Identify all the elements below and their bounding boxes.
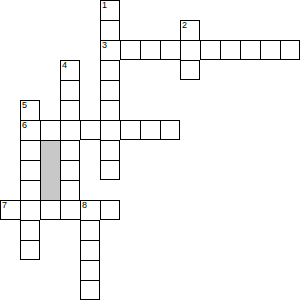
crossword-cell[interactable]	[100, 80, 120, 100]
crossword-cell[interactable]	[20, 180, 40, 200]
crossword-cell[interactable]	[100, 160, 120, 180]
crossword-cell[interactable]	[60, 100, 80, 120]
shaded-cell[interactable]	[40, 180, 60, 200]
crossword-cell[interactable]: 4	[60, 60, 80, 80]
clue-number: 7	[2, 201, 7, 210]
crossword-cell[interactable]	[80, 120, 100, 140]
crossword-cell[interactable]	[180, 60, 200, 80]
crossword-cell[interactable]	[120, 120, 140, 140]
crossword-cell[interactable]	[60, 160, 80, 180]
crossword-cell[interactable]	[20, 240, 40, 260]
crossword-cell[interactable]	[20, 140, 40, 160]
crossword-cell[interactable]	[100, 120, 120, 140]
clue-number: 5	[22, 101, 27, 110]
crossword-cell[interactable]	[20, 160, 40, 180]
crossword-cell[interactable]: 7	[0, 200, 20, 220]
crossword-cell[interactable]	[100, 140, 120, 160]
crossword-cell[interactable]	[40, 200, 60, 220]
crossword-cell[interactable]	[280, 40, 300, 60]
crossword-cell[interactable]	[60, 140, 80, 160]
crossword-cell[interactable]	[160, 120, 180, 140]
crossword-cell[interactable]	[80, 240, 100, 260]
puzzle-canvas: 12345678	[0, 0, 301, 301]
crossword-cell[interactable]	[80, 260, 100, 280]
clue-number: 4	[62, 61, 67, 70]
crossword-cell[interactable]: 8	[80, 200, 100, 220]
clue-number: 8	[82, 201, 87, 210]
crossword-cell[interactable]	[60, 80, 80, 100]
crossword-cell[interactable]	[100, 60, 120, 80]
clue-number: 1	[102, 1, 107, 10]
crossword-cell[interactable]	[80, 280, 100, 300]
crossword-cell[interactable]	[200, 40, 220, 60]
crossword-cell[interactable]: 6	[20, 120, 40, 140]
crossword-cell[interactable]	[120, 40, 140, 60]
crossword-cell[interactable]	[140, 120, 160, 140]
crossword-cell[interactable]	[260, 40, 280, 60]
clue-number: 2	[182, 21, 187, 30]
crossword-cell[interactable]	[60, 180, 80, 200]
crossword-cell[interactable]	[80, 220, 100, 240]
crossword-cell[interactable]: 3	[100, 40, 120, 60]
crossword-cell[interactable]	[40, 120, 60, 140]
crossword-cell[interactable]: 2	[180, 20, 200, 40]
crossword-cell[interactable]	[220, 40, 240, 60]
crossword-cell[interactable]	[60, 200, 80, 220]
clue-number: 6	[22, 121, 27, 130]
crossword-cell[interactable]	[100, 200, 120, 220]
crossword-grid: 12345678	[0, 0, 300, 300]
crossword-cell[interactable]	[20, 220, 40, 240]
crossword-cell[interactable]: 1	[100, 0, 120, 20]
shaded-cell[interactable]	[40, 140, 60, 160]
crossword-cell[interactable]	[140, 40, 160, 60]
crossword-cell[interactable]	[180, 40, 200, 60]
crossword-cell[interactable]	[160, 40, 180, 60]
shaded-cell[interactable]	[40, 160, 60, 180]
crossword-cell[interactable]	[20, 200, 40, 220]
crossword-cell[interactable]: 5	[20, 100, 40, 120]
crossword-cell[interactable]	[60, 120, 80, 140]
crossword-cell[interactable]	[240, 40, 260, 60]
crossword-cell[interactable]	[100, 20, 120, 40]
clue-number: 3	[102, 41, 107, 50]
crossword-cell[interactable]	[100, 100, 120, 120]
